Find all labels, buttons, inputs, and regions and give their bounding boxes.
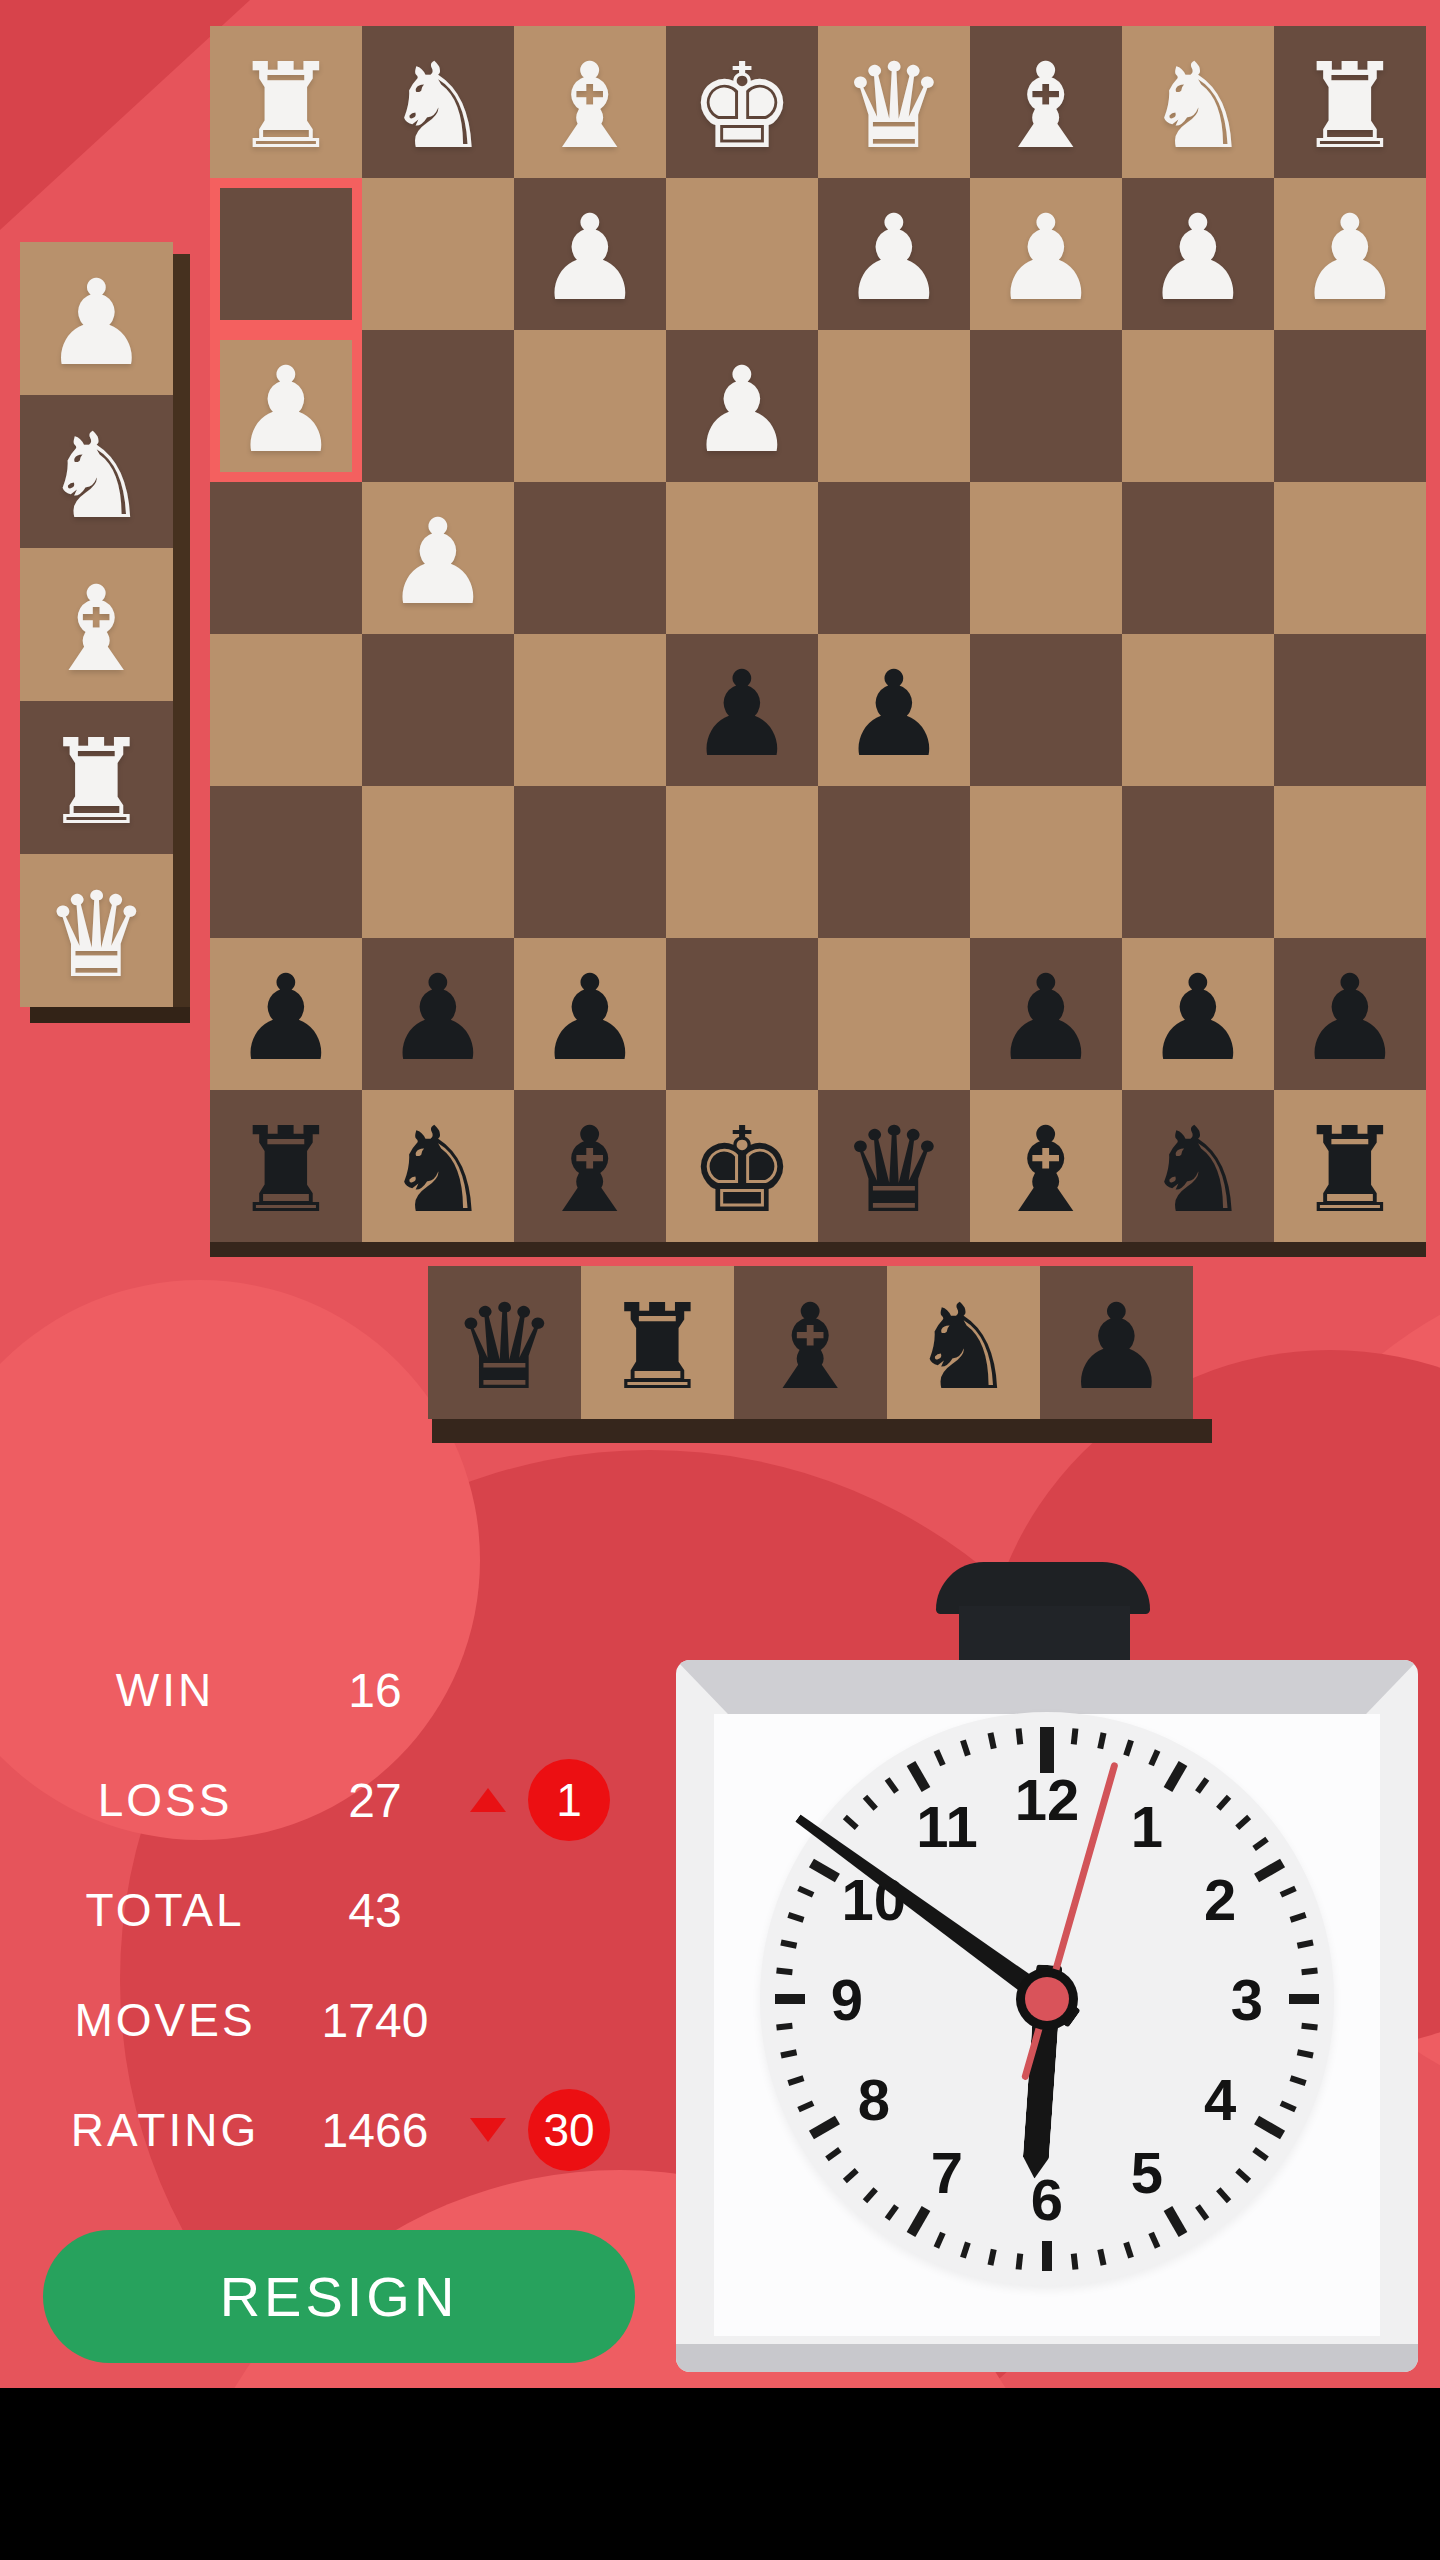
square-e8[interactable]: ♚ (666, 1090, 818, 1242)
tray-cell: ♝ (20, 548, 173, 701)
chess-board: ♜♞♝♚♛♝♞♜♟♟♟♟♟♟♟♟♟♟♟♟♟♟♟♟♜♞♝♚♛♝♞♜ (210, 26, 1426, 1242)
square-c1[interactable]: ♝ (970, 26, 1122, 178)
square-b8[interactable]: ♞ (1122, 1090, 1274, 1242)
white-r-piece: ♜ (1297, 47, 1403, 165)
black-r-piece: ♜ (1297, 1111, 1403, 1229)
square-d8[interactable]: ♛ (818, 1090, 970, 1242)
black-pieces-tray: ♛♜♝♞♟ (428, 1266, 1193, 1419)
black-p-piece: ♟ (841, 655, 947, 773)
clock-tick (1123, 1739, 1134, 1756)
clock-tick (907, 2206, 931, 2237)
clock-tick (1235, 1815, 1251, 1830)
clock-tick (1148, 2232, 1160, 2249)
square-f1[interactable]: ♝ (514, 26, 666, 178)
left-tray-edge (173, 254, 190, 1020)
tray-cell: ♛ (428, 1266, 581, 1419)
white-p-piece: ♟ (385, 503, 491, 621)
square-g6[interactable] (362, 786, 514, 938)
black-p-piece: ♟ (1145, 959, 1251, 1077)
square-e5[interactable]: ♟ (666, 634, 818, 786)
clock-tick (960, 1739, 971, 1756)
white-n-piece: ♞ (385, 47, 491, 165)
bottom-tray-edge (432, 1419, 1212, 1443)
stat-row-moves: MOVES1740 (40, 1965, 700, 2075)
clock-numeral-1: 1 (1131, 1792, 1163, 1859)
tray-cell: ♜ (20, 701, 173, 854)
clock-tick (1290, 1912, 1307, 1923)
square-c6[interactable] (970, 786, 1122, 938)
clock-tick (988, 2249, 997, 2266)
white-p-piece: ♟ (841, 199, 947, 317)
white-p-piece: ♟ (689, 351, 795, 469)
square-h8[interactable]: ♜ (210, 1090, 362, 1242)
left-tray-edge (30, 1007, 190, 1023)
square-a5[interactable] (1274, 634, 1426, 786)
white-b-piece: ♝ (44, 570, 150, 688)
clock-tick (1235, 2168, 1251, 2183)
square-h1[interactable]: ♜ (210, 26, 362, 178)
stat-value-win: 16 (290, 1663, 460, 1718)
clock-numeral-11: 11 (916, 1792, 977, 1859)
white-r-piece: ♜ (233, 47, 339, 165)
clock-tick (885, 1777, 899, 1793)
square-g2[interactable] (362, 178, 514, 330)
stat-value-moves: 1740 (290, 1993, 460, 2048)
square-a2[interactable]: ♟ (1274, 178, 1426, 330)
tray-cell: ♛ (20, 854, 173, 1007)
square-f3[interactable] (514, 330, 666, 482)
clock-numeral-2: 2 (1204, 1866, 1236, 1933)
clock-top-band (676, 1660, 1418, 1714)
clock-tick (1016, 1728, 1024, 1745)
square-f5[interactable] (514, 634, 666, 786)
black-k-piece: ♚ (689, 1111, 795, 1229)
arrow-down-icon (470, 2118, 506, 2142)
stat-label-loss: LOSS (40, 1773, 290, 1827)
black-p-piece: ♟ (1064, 1288, 1170, 1406)
square-d7[interactable] (818, 938, 970, 1090)
square-h5[interactable] (210, 634, 362, 786)
clock-tick (1148, 1749, 1160, 1766)
stat-value-loss: 27 (290, 1773, 460, 1828)
square-c2[interactable]: ♟ (970, 178, 1122, 330)
square-h4[interactable] (210, 482, 362, 634)
square-d3[interactable] (818, 330, 970, 482)
black-p-piece: ♟ (1297, 959, 1403, 1077)
white-b-piece: ♝ (993, 47, 1099, 165)
clock-tick (776, 2023, 793, 2031)
clock-numeral-12: 12 (1015, 1766, 1080, 1833)
clock-tick (1164, 1761, 1188, 1792)
stat-row-rating: RATING146630 (40, 2075, 700, 2185)
black-n-piece: ♞ (385, 1111, 491, 1229)
black-n-piece: ♞ (1145, 1111, 1251, 1229)
stat-badge-rating: 30 (528, 2089, 610, 2171)
square-c8[interactable]: ♝ (970, 1090, 1122, 1242)
square-b7[interactable]: ♟ (1122, 938, 1274, 1090)
square-d4[interactable] (818, 482, 970, 634)
white-p-piece: ♟ (1297, 199, 1403, 317)
clock-tick (787, 2075, 804, 2086)
black-p-piece: ♟ (385, 959, 491, 1077)
square-g3[interactable] (362, 330, 514, 482)
clock-tick (1290, 2075, 1307, 2086)
clock-tick (1097, 1732, 1106, 1749)
tray-cell: ♜ (581, 1266, 734, 1419)
clock-numeral-9: 9 (831, 1966, 863, 2033)
square-h2[interactable] (210, 178, 362, 330)
stat-row-win: WIN16 (40, 1635, 700, 1745)
clock-numeral-4: 4 (1204, 2066, 1236, 2133)
stat-value-total: 43 (290, 1883, 460, 1938)
square-h7[interactable]: ♟ (210, 938, 362, 1090)
square-a1[interactable]: ♜ (1274, 26, 1426, 178)
black-p-piece: ♟ (537, 959, 643, 1077)
white-k-piece: ♚ (689, 47, 795, 165)
black-p-piece: ♟ (689, 655, 795, 773)
square-h3[interactable]: ♟ (210, 330, 362, 482)
arrow-up-icon (470, 1788, 506, 1812)
square-d1[interactable]: ♛ (818, 26, 970, 178)
app-screen: ♟♞♝♜♛ ♛♜♝♞♟ ♜♞♝♚♛♝♞♜♟♟♟♟♟♟♟♟♟♟♟♟♟♟♟♟♜♞♝♚… (0, 0, 1440, 2560)
square-b3[interactable] (1122, 330, 1274, 482)
clock-tick (787, 1912, 804, 1923)
tray-cell: ♟ (1040, 1266, 1193, 1419)
clock-tick (843, 1815, 859, 1830)
square-b1[interactable]: ♞ (1122, 26, 1274, 178)
clock-tick (1252, 2147, 1268, 2161)
square-d5[interactable]: ♟ (818, 634, 970, 786)
white-q-piece: ♛ (44, 876, 150, 994)
clock-tick (797, 2100, 814, 2112)
white-p-piece: ♟ (993, 199, 1099, 317)
clock-tick (825, 2147, 841, 2161)
clock-tick (843, 2168, 859, 2183)
white-n-piece: ♞ (1145, 47, 1251, 165)
stat-label-total: TOTAL (40, 1883, 290, 1937)
clock-tick (1216, 1795, 1231, 1811)
clock-numeral-7: 7 (931, 2139, 963, 2206)
clock-knob-icon (959, 1606, 1130, 1664)
white-r-piece: ♜ (44, 723, 150, 841)
clock-tick (1252, 1837, 1268, 1851)
clock-tick (1297, 2049, 1314, 2058)
square-g7[interactable]: ♟ (362, 938, 514, 1090)
clock-tick (797, 1886, 814, 1898)
bottom-black-bar (0, 2388, 1440, 2560)
clock-tick (885, 2204, 899, 2220)
square-f4[interactable] (514, 482, 666, 634)
clock-bottom-band (676, 2344, 1418, 2372)
clock-tick (1280, 1886, 1297, 1898)
clock-center-pin (1025, 1977, 1069, 2021)
square-a6[interactable] (1274, 786, 1426, 938)
square-f7[interactable]: ♟ (514, 938, 666, 1090)
white-b-piece: ♝ (537, 47, 643, 165)
black-r-piece: ♜ (233, 1111, 339, 1229)
stat-row-total: TOTAL43 (40, 1855, 700, 1965)
stats-panel: WIN16LOSS271TOTAL43MOVES1740RATING146630 (40, 1635, 700, 2185)
clock-tick (1164, 2206, 1188, 2237)
clock-tick (863, 2187, 878, 2203)
square-e2[interactable] (666, 178, 818, 330)
clock-tick (1254, 2116, 1285, 2140)
square-c3[interactable] (970, 330, 1122, 482)
black-q-piece: ♛ (452, 1288, 558, 1406)
clock-tick (1216, 2187, 1231, 2203)
clock-tick (1123, 2242, 1134, 2259)
square-b2[interactable]: ♟ (1122, 178, 1274, 330)
clock-tick (776, 1968, 793, 1976)
stat-label-moves: MOVES (40, 1993, 290, 2047)
clock-tick (1280, 2100, 1297, 2112)
stat-value-rating: 1466 (290, 2103, 460, 2158)
clock-tick (1301, 2023, 1318, 2031)
square-d6[interactable] (818, 786, 970, 938)
black-q-piece: ♛ (841, 1111, 947, 1229)
square-b4[interactable] (1122, 482, 1274, 634)
white-q-piece: ♛ (841, 47, 947, 165)
square-a8[interactable]: ♜ (1274, 1090, 1426, 1242)
square-c5[interactable] (970, 634, 1122, 786)
clock-tick (907, 1761, 931, 1792)
square-a7[interactable]: ♟ (1274, 938, 1426, 1090)
black-b-piece: ♝ (993, 1111, 1099, 1229)
clock-numeral-8: 8 (858, 2066, 890, 2133)
clock-tick (934, 2232, 946, 2249)
clock-tick (775, 1994, 805, 2004)
black-b-piece: ♝ (537, 1111, 643, 1229)
tray-cell: ♞ (20, 395, 173, 548)
clock-tick (780, 1940, 797, 1949)
clock-tick (960, 2242, 971, 2259)
white-n-piece: ♞ (44, 417, 150, 535)
square-c4[interactable] (970, 482, 1122, 634)
tray-cell: ♝ (734, 1266, 887, 1419)
black-r-piece: ♜ (605, 1288, 711, 1406)
clock-face: 121234567891011 (760, 1712, 1334, 2286)
resign-button[interactable]: RESIGN (43, 2230, 635, 2363)
square-e1[interactable]: ♚ (666, 26, 818, 178)
tray-cell: ♞ (887, 1266, 1040, 1419)
square-a4[interactable] (1274, 482, 1426, 634)
clock-tick (863, 1795, 878, 1811)
stat-label-win: WIN (40, 1663, 290, 1717)
clock-tick (780, 2049, 797, 2058)
square-e6[interactable] (666, 786, 818, 938)
black-p-piece: ♟ (233, 959, 339, 1077)
clock-numeral-3: 3 (1231, 1966, 1263, 2033)
white-p-piece: ♟ (233, 351, 339, 469)
square-h6[interactable] (210, 786, 362, 938)
clock-tick (1071, 2253, 1079, 2270)
clock-tick (809, 1859, 840, 1883)
board-edge (210, 1242, 1426, 1257)
stat-badge-loss: 1 (528, 1759, 610, 1841)
clock-tick (1195, 2204, 1209, 2220)
clock-tick (1254, 1859, 1285, 1883)
black-p-piece: ♟ (993, 959, 1099, 1077)
clock-tick (1289, 1994, 1319, 2004)
square-f2[interactable]: ♟ (514, 178, 666, 330)
clock-tick (1042, 2241, 1052, 2271)
square-g1[interactable]: ♞ (362, 26, 514, 178)
clock-tick (1297, 1940, 1314, 1949)
square-a3[interactable] (1274, 330, 1426, 482)
clock-tick (1097, 2249, 1106, 2266)
stat-row-loss: LOSS271 (40, 1745, 700, 1855)
square-b5[interactable] (1122, 634, 1274, 786)
square-e7[interactable] (666, 938, 818, 1090)
square-d2[interactable]: ♟ (818, 178, 970, 330)
black-b-piece: ♝ (758, 1288, 864, 1406)
square-e4[interactable] (666, 482, 818, 634)
clock-tick (1016, 2253, 1024, 2270)
square-e3[interactable]: ♟ (666, 330, 818, 482)
square-f8[interactable]: ♝ (514, 1090, 666, 1242)
square-c7[interactable]: ♟ (970, 938, 1122, 1090)
clock-tick (809, 2116, 840, 2140)
square-g4[interactable]: ♟ (362, 482, 514, 634)
white-p-piece: ♟ (44, 264, 150, 382)
white-pieces-tray: ♟♞♝♜♛ (20, 242, 173, 1007)
clock-tick (988, 1732, 997, 1749)
clock-tick (1071, 1728, 1079, 1745)
black-n-piece: ♞ (911, 1288, 1017, 1406)
clock-tick (1301, 1968, 1318, 1976)
tray-cell: ♟ (20, 242, 173, 395)
clock-tick (1195, 1777, 1209, 1793)
square-g8[interactable]: ♞ (362, 1090, 514, 1242)
clock-numeral-5: 5 (1131, 2139, 1163, 2206)
square-b6[interactable] (1122, 786, 1274, 938)
square-g5[interactable] (362, 634, 514, 786)
white-p-piece: ♟ (537, 199, 643, 317)
clock-tick (934, 1749, 946, 1766)
stat-label-rating: RATING (40, 2103, 290, 2157)
white-p-piece: ♟ (1145, 199, 1251, 317)
square-f6[interactable] (514, 786, 666, 938)
